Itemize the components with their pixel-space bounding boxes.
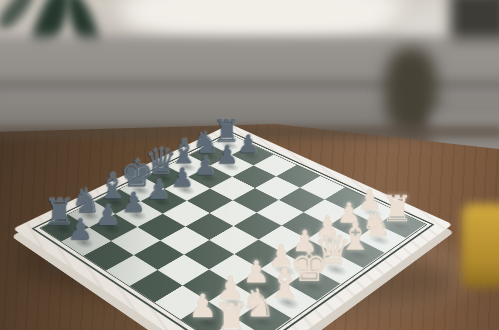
piece-gray-pawn-e7: ♟ — [147, 177, 171, 204]
piece-gray-pawn-h7: ♟ — [68, 215, 94, 244]
piece-gray-pawn-d7: ♟ — [171, 165, 195, 191]
piece-gray-pawn-b7: ♟ — [216, 143, 239, 168]
board-scene: ♜♟♟♜♞♟♟♞♝♟♟♝♛♟♟♛♚♟♟♚♝♟♟♝♞♟♟♞♜♟♟♜ — [0, 0, 499, 330]
board-grid: ♜♟♟♜♞♟♟♞♝♟♟♝♛♟♟♛♚♟♟♚♝♟♟♝♞♟♟♞♜♟♟♜ — [39, 134, 427, 330]
piece-gray-pawn-f7: ♟ — [122, 189, 147, 217]
piece-white-rook-h1: ♜ — [212, 298, 250, 330]
board-marble-border: ♜♟♟♜♞♟♟♞♝♟♟♝♛♟♟♛♚♟♟♚♝♟♟♝♞♟♟♞♜♟♟♜ — [13, 124, 453, 330]
piece-gray-pawn-a7: ♟ — [237, 132, 259, 157]
chess-board: ♜♟♟♜♞♟♟♞♝♟♟♝♛♟♟♛♚♟♟♚♝♟♟♝♞♟♟♞♜♟♟♜ — [13, 124, 453, 330]
piece-gray-pawn-c7: ♟ — [194, 153, 217, 179]
chess-photo-scene: ♜♟♟♜♞♟♟♞♝♟♟♝♛♟♟♛♚♟♟♚♝♟♟♝♞♟♟♞♜♟♟♜ — [0, 0, 499, 330]
board-pinstripe-frame: ♜♟♟♜♞♟♟♞♝♟♟♝♛♟♟♛♚♟♟♚♝♟♟♝♞♟♟♞♜♟♟♜ — [31, 131, 434, 330]
piece-gray-pawn-g7: ♟ — [95, 202, 120, 230]
